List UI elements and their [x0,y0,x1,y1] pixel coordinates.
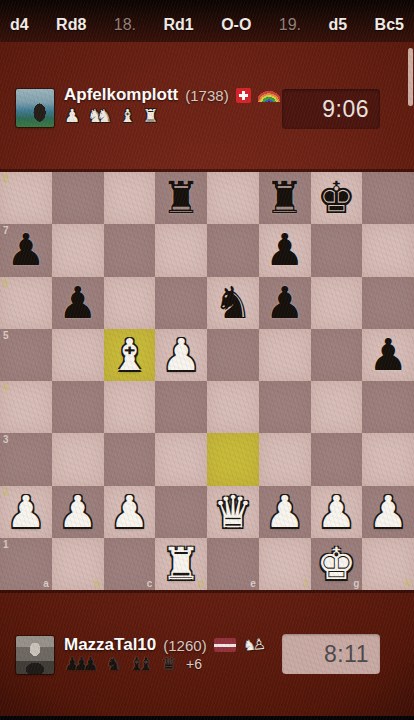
file-label-f: f [304,578,307,589]
piece-white-pawn[interactable]: ♟ [317,490,356,534]
square-f5[interactable] [259,329,311,381]
square-h2[interactable]: ♟ [362,486,414,538]
square-e7[interactable] [207,224,259,276]
piece-white-pawn[interactable]: ♟ [6,490,45,534]
square-a2[interactable]: 2♟ [0,486,52,538]
board-bottom-edge [0,590,414,593]
rank-label-3: 3 [3,434,9,445]
square-d5[interactable]: ♟ [155,329,207,381]
captured-group: ♞♞ [87,106,112,126]
rank-label-5: 5 [3,330,9,341]
captured-group: ♛ [161,654,177,674]
rainbow-icon [258,89,280,102]
square-c6[interactable] [104,277,156,329]
square-c8[interactable] [104,172,156,224]
square-a6[interactable]: 6 [0,277,52,329]
piece-black-pawn[interactable]: ♟ [58,281,97,325]
captured-black-pawn: ♟ [82,654,98,674]
square-h5[interactable]: ♟ [362,329,414,381]
top-player-rating: (1738) [185,87,228,104]
square-e4[interactable] [207,381,259,433]
square-g8[interactable]: ♚ [311,172,363,224]
square-g5[interactable] [311,329,363,381]
square-c4[interactable] [104,381,156,433]
square-h6[interactable] [362,277,414,329]
square-h1[interactable]: h [362,538,414,590]
square-a8[interactable]: 8 [0,172,52,224]
square-f2[interactable]: ♟ [259,486,311,538]
square-d7[interactable] [155,224,207,276]
bottom-player-captured-tray: ♟♟♟♞♝♝♛+6 [64,654,202,674]
square-d4[interactable] [155,381,207,433]
bottom-player-avatar[interactable] [16,636,54,674]
top-player-name-row: Apfelkomplott (1738) [64,84,280,106]
square-e1[interactable]: e [207,538,259,590]
move-number[interactable]: 19. [279,16,301,34]
move-Rd1[interactable]: Rd1 [163,16,193,34]
top-clock-time: 9:06 [322,96,369,123]
square-e3[interactable] [207,433,259,485]
square-d3[interactable] [155,433,207,485]
square-c3[interactable] [104,433,156,485]
file-label-c: c [147,578,153,589]
chess-app-screen: d4Rd818.Rd1O-O19.d5Bc5 Apfelkomplott (17… [0,0,414,720]
square-d8[interactable]: ♜ [155,172,207,224]
piece-white-rook[interactable]: ♜ [161,542,200,586]
rank-label-4: 4 [3,382,9,393]
captured-group: ♝♝ [129,654,154,674]
captured-group: ♟♟♟ [64,654,98,674]
bottom-player-clock: 8:11 [282,634,380,674]
bottom-clock-time: 8:11 [324,641,369,668]
move-d4[interactable]: d4 [10,16,29,34]
latvia-flag-icon [214,638,236,652]
square-g4[interactable] [311,381,363,433]
piece-white-bishop[interactable]: ♝ [110,333,149,377]
square-g3[interactable] [311,433,363,485]
square-a4[interactable]: 4 [0,381,52,433]
square-f1[interactable]: f [259,538,311,590]
piece-white-pawn[interactable]: ♟ [368,490,407,534]
piece-white-queen[interactable]: ♛ [213,490,252,534]
file-label-h: h [405,578,411,589]
square-c1[interactable]: c [104,538,156,590]
square-d2[interactable] [155,486,207,538]
move-list-scrollbar[interactable] [408,48,413,106]
square-b2[interactable]: ♟ [52,486,104,538]
captured-black-queen: ♛ [161,654,177,674]
square-e5[interactable] [207,329,259,381]
captured-white-pawn: ♟ [64,106,80,126]
top-player-clock: 9:06 [282,89,380,129]
piece-black-king[interactable]: ♚ [317,176,356,220]
bottom-player-name: MazzaTal10 [64,635,156,655]
captured-white-rook: ♜ [143,106,159,126]
piece-black-pawn[interactable]: ♟ [368,333,407,377]
material-advantage: +6 [186,656,202,672]
square-f6[interactable]: ♟ [259,277,311,329]
square-c2[interactable]: ♟ [104,486,156,538]
captured-white-bishop: ♝ [119,106,135,126]
piece-white-pawn[interactable]: ♟ [58,490,97,534]
square-h3[interactable] [362,433,414,485]
square-b1[interactable]: b [52,538,104,590]
file-label-e: e [250,578,256,589]
square-b3[interactable] [52,433,104,485]
square-b7[interactable] [52,224,104,276]
captured-group: ♜ [143,106,159,126]
move-number[interactable]: 18. [114,16,136,34]
captured-white-knight: ♞ [96,106,112,126]
move-O-O[interactable]: O-O [221,16,251,34]
piece-white-king[interactable]: ♚ [317,542,356,586]
rank-label-1: 1 [3,539,9,550]
move-Rd8[interactable]: Rd8 [56,16,86,34]
square-a5[interactable]: 5 [0,329,52,381]
white-pieces-icon: ♞♙ [242,635,263,655]
piece-white-pawn[interactable]: ♟ [265,490,304,534]
piece-black-knight[interactable]: ♞ [213,281,252,325]
move-d5[interactable]: d5 [328,16,347,34]
piece-black-rook[interactable]: ♜ [161,176,200,220]
system-nav-bar [0,716,414,720]
piece-white-pawn[interactable]: ♟ [161,333,200,377]
file-label-a: a [43,578,49,589]
square-d1[interactable]: d♜ [155,538,207,590]
piece-black-rook[interactable]: ♜ [265,176,304,220]
square-g7[interactable] [311,224,363,276]
bottom-player-rating: (1260) [163,637,206,654]
square-f8[interactable]: ♜ [259,172,311,224]
piece-black-pawn[interactable]: ♟ [265,281,304,325]
square-f7[interactable]: ♟ [259,224,311,276]
rank-label-8: 8 [3,173,9,184]
square-f3[interactable] [259,433,311,485]
square-b8[interactable] [52,172,104,224]
square-c7[interactable] [104,224,156,276]
square-a1[interactable]: 1a [0,538,52,590]
square-g2[interactable]: ♟ [311,486,363,538]
top-player-avatar[interactable] [16,89,54,127]
square-b5[interactable] [52,329,104,381]
square-c5[interactable]: ♝ [104,329,156,381]
square-e8[interactable] [207,172,259,224]
square-b6[interactable]: ♟ [52,277,104,329]
square-f4[interactable] [259,381,311,433]
switzerland-flag-icon [236,88,251,103]
square-h8[interactable] [362,172,414,224]
move-Bc5[interactable]: Bc5 [375,16,404,34]
square-h7[interactable] [362,224,414,276]
piece-black-pawn[interactable]: ♟ [265,228,304,272]
move-list-bar[interactable]: d4Rd818.Rd1O-O19.d5Bc5 [0,0,414,42]
rank-label-6: 6 [3,278,9,289]
square-h4[interactable] [362,381,414,433]
square-a3[interactable]: 3 [0,433,52,485]
captured-black-knight: ♞ [105,654,121,674]
file-label-b: b [94,578,100,589]
square-d6[interactable] [155,277,207,329]
captured-group: ♝ [119,106,135,126]
square-g6[interactable] [311,277,363,329]
captured-black-bishop: ♝ [138,654,154,674]
square-e2[interactable]: ♛ [207,486,259,538]
piece-black-pawn[interactable]: ♟ [6,228,45,272]
chess-board: 8♜♜♚7♟♟6♟♞♟5♝♟♟432♟♟♟♛♟♟♟1abcd♜efg♚h [0,172,414,590]
captured-group: ♟ [64,106,80,126]
square-g1[interactable]: g♚ [311,538,363,590]
top-player-name: Apfelkomplott [64,85,178,105]
piece-white-pawn[interactable]: ♟ [110,490,149,534]
square-e6[interactable]: ♞ [207,277,259,329]
top-player-captured-tray: ♟♞♞♝♜ [64,106,159,126]
square-a7[interactable]: 7♟ [0,224,52,276]
captured-group: ♞ [105,654,121,674]
square-b4[interactable] [52,381,104,433]
